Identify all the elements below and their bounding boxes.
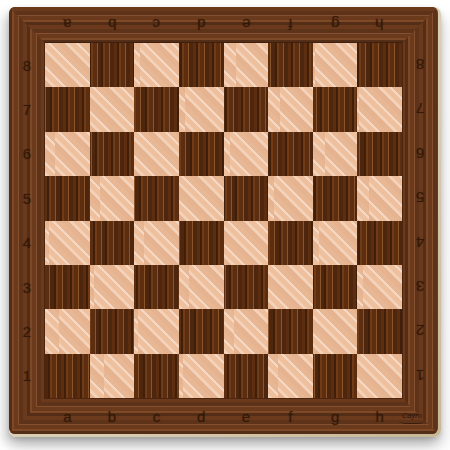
square-e8[interactable]: [224, 43, 269, 87]
square-d6[interactable]: [179, 132, 224, 176]
square-d5[interactable]: [179, 176, 224, 220]
square-h3[interactable]: [357, 265, 402, 309]
scene: abcdefgh abcdefgh 87654321 87654321 Cayr…: [0, 0, 450, 450]
coord-label: a: [45, 398, 90, 434]
square-b6[interactable]: [90, 132, 135, 176]
square-f4[interactable]: [268, 221, 313, 265]
square-c2[interactable]: [134, 309, 179, 353]
coord-label: e: [224, 398, 269, 434]
brand-logo: Cayro: [399, 412, 425, 424]
square-d8[interactable]: [179, 43, 224, 87]
coord-label: d: [179, 7, 224, 43]
square-c3[interactable]: [134, 265, 179, 309]
coord-label: c: [134, 398, 179, 434]
square-g4[interactable]: [313, 221, 358, 265]
square-h2[interactable]: [357, 309, 402, 353]
coord-label: h: [357, 398, 402, 434]
square-c5[interactable]: [134, 176, 179, 220]
coord-label: h: [357, 7, 402, 43]
coord-label: f: [268, 7, 313, 43]
square-e2[interactable]: [224, 309, 269, 353]
square-b7[interactable]: [90, 87, 135, 131]
square-e7[interactable]: [224, 87, 269, 131]
playfield: [45, 43, 402, 398]
coord-label: b: [90, 398, 135, 434]
coord-label: 1: [9, 354, 45, 398]
square-d7[interactable]: [179, 87, 224, 131]
square-a2[interactable]: [45, 309, 90, 353]
square-f5[interactable]: [268, 176, 313, 220]
coord-label: 7: [9, 87, 45, 131]
coord-label: 7: [402, 87, 438, 131]
square-f7[interactable]: [268, 87, 313, 131]
square-c7[interactable]: [134, 87, 179, 131]
square-a4[interactable]: [45, 221, 90, 265]
square-a8[interactable]: [45, 43, 90, 87]
square-e3[interactable]: [224, 265, 269, 309]
coord-label: 8: [9, 43, 45, 87]
coord-label: 1: [402, 354, 438, 398]
square-a1[interactable]: [45, 354, 90, 398]
square-h6[interactable]: [357, 132, 402, 176]
square-g2[interactable]: [313, 309, 358, 353]
coord-label: e: [224, 7, 269, 43]
square-g7[interactable]: [313, 87, 358, 131]
file-labels-bottom: abcdefgh: [45, 398, 402, 434]
square-a6[interactable]: [45, 132, 90, 176]
coord-label: 4: [402, 221, 438, 265]
coord-label: 2: [9, 309, 45, 353]
file-labels-top: abcdefgh: [45, 7, 402, 43]
square-b2[interactable]: [90, 309, 135, 353]
coord-label: 6: [9, 132, 45, 176]
square-h5[interactable]: [357, 176, 402, 220]
square-b1[interactable]: [90, 354, 135, 398]
square-b3[interactable]: [90, 265, 135, 309]
square-a3[interactable]: [45, 265, 90, 309]
square-g1[interactable]: [313, 354, 358, 398]
square-d3[interactable]: [179, 265, 224, 309]
square-b8[interactable]: [90, 43, 135, 87]
rank-labels-right: 87654321: [402, 43, 438, 398]
brand-swoosh-icon: [399, 420, 425, 424]
square-h4[interactable]: [357, 221, 402, 265]
square-g3[interactable]: [313, 265, 358, 309]
coord-label: 3: [9, 265, 45, 309]
brand-text: Cayro: [402, 412, 422, 419]
square-c8[interactable]: [134, 43, 179, 87]
square-f3[interactable]: [268, 265, 313, 309]
square-f1[interactable]: [268, 354, 313, 398]
square-g8[interactable]: [313, 43, 358, 87]
coord-label: 6: [402, 132, 438, 176]
square-h1[interactable]: [357, 354, 402, 398]
coord-label: g: [313, 7, 358, 43]
square-b4[interactable]: [90, 221, 135, 265]
rank-labels-left: 87654321: [9, 43, 45, 398]
coord-label: g: [313, 398, 358, 434]
square-a5[interactable]: [45, 176, 90, 220]
coord-label: c: [134, 7, 179, 43]
coord-label: 3: [402, 265, 438, 309]
coord-label: 4: [9, 221, 45, 265]
coord-label: f: [268, 398, 313, 434]
coord-label: 2: [402, 309, 438, 353]
square-c4[interactable]: [134, 221, 179, 265]
square-e5[interactable]: [224, 176, 269, 220]
coord-label: a: [45, 7, 90, 43]
square-c6[interactable]: [134, 132, 179, 176]
square-g5[interactable]: [313, 176, 358, 220]
square-d4[interactable]: [179, 221, 224, 265]
square-d1[interactable]: [179, 354, 224, 398]
coord-label: 5: [9, 176, 45, 220]
square-e1[interactable]: [224, 354, 269, 398]
square-g6[interactable]: [313, 132, 358, 176]
square-f6[interactable]: [268, 132, 313, 176]
board-frame: abcdefgh abcdefgh 87654321 87654321 Cayr…: [9, 7, 438, 434]
square-h8[interactable]: [357, 43, 402, 87]
square-a7[interactable]: [45, 87, 90, 131]
square-h7[interactable]: [357, 87, 402, 131]
square-b5[interactable]: [90, 176, 135, 220]
coord-label: 5: [402, 176, 438, 220]
square-e6[interactable]: [224, 132, 269, 176]
coord-label: 8: [402, 43, 438, 87]
chess-board: abcdefgh abcdefgh 87654321 87654321 Cayr…: [9, 7, 441, 437]
square-c1[interactable]: [134, 354, 179, 398]
square-f8[interactable]: [268, 43, 313, 87]
coord-label: d: [179, 398, 224, 434]
coord-label: b: [90, 7, 135, 43]
square-d2[interactable]: [179, 309, 224, 353]
square-e4[interactable]: [224, 221, 269, 265]
square-f2[interactable]: [268, 309, 313, 353]
